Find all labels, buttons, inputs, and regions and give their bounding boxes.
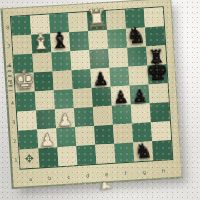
square-h1[interactable] (152, 140, 172, 160)
square-f5[interactable] (109, 67, 129, 87)
square-f1[interactable] (114, 142, 134, 162)
square-d2[interactable] (75, 126, 95, 146)
square-a5[interactable]: ♚ (15, 73, 35, 93)
square-c4[interactable] (54, 89, 74, 109)
square-b4[interactable] (35, 90, 55, 110)
white-king-a5[interactable]: ♚ (13, 68, 37, 93)
rank-label-2: 2 (10, 131, 19, 150)
square-c7[interactable]: ♝ (50, 32, 70, 52)
square-h2[interactable] (151, 121, 171, 141)
square-g7[interactable]: ♞ (126, 28, 146, 48)
fallen-white-pawn[interactable]: ♟ (99, 179, 114, 193)
file-label-h: h (154, 167, 173, 174)
rank-label-4: 4 (8, 93, 17, 112)
rank-label-3: 3 (9, 112, 18, 131)
photo-canvas: 87654321 ♜♝♝♞♜♚♟♚♟♟♟♟✥♞ abcdefgh ♟ (0, 0, 200, 200)
square-e2[interactable] (94, 125, 114, 145)
white-pawn-b2[interactable]: ♟ (39, 131, 55, 148)
square-e8[interactable]: ♜ (87, 11, 107, 31)
square-h7[interactable] (145, 26, 165, 46)
square-d1[interactable] (76, 145, 96, 165)
square-g6[interactable] (127, 46, 147, 66)
square-g4[interactable]: ♟ (130, 84, 150, 104)
square-d5[interactable] (71, 69, 91, 89)
square-d6[interactable] (70, 50, 90, 70)
square-a3[interactable] (17, 111, 37, 131)
file-label-d: d (78, 172, 97, 179)
square-b1[interactable] (38, 147, 58, 167)
square-f3[interactable] (112, 105, 132, 125)
square-a2[interactable] (18, 129, 38, 149)
square-f2[interactable] (113, 124, 133, 144)
square-a8[interactable] (11, 16, 31, 36)
square-e5[interactable]: ♟ (90, 68, 110, 88)
square-c2[interactable] (56, 127, 76, 147)
board-grid: ♜♝♝♞♜♚♟♚♟♟♟♟✥♞ (11, 7, 172, 168)
square-b7[interactable]: ♝ (31, 33, 51, 53)
rank-label-7: 7 (4, 36, 13, 55)
file-labels: abcdefgh (21, 167, 173, 183)
square-e3[interactable] (93, 106, 113, 126)
square-h3[interactable] (150, 102, 170, 122)
white-bishop-b7[interactable]: ♝ (31, 32, 52, 54)
black-pawn-e5[interactable]: ♟ (92, 70, 109, 88)
rank-label-8: 8 (3, 17, 12, 36)
square-f8[interactable] (106, 10, 126, 30)
square-a7[interactable] (12, 35, 32, 55)
chess-board: 87654321 ♜♝♝♞♜♚♟♚♟♟♟♟✥♞ abcdefgh (0, 0, 182, 189)
white-pawn-c3[interactable]: ♟ (57, 111, 73, 128)
square-b5[interactable] (34, 71, 54, 91)
corner-ornament-icon: ✥ (24, 152, 34, 166)
black-knight-g1[interactable]: ♞ (134, 141, 153, 161)
file-label-f: f (116, 169, 135, 176)
square-b6[interactable] (32, 52, 52, 72)
black-pawn-f4[interactable]: ♟ (113, 89, 129, 106)
rank-label-1: 1 (11, 150, 20, 169)
square-b3[interactable] (36, 109, 56, 129)
file-label-e: e (97, 171, 116, 178)
square-e1[interactable] (95, 144, 115, 164)
file-label-a: a (21, 175, 40, 182)
square-g3[interactable] (131, 103, 151, 123)
black-pawn-g4[interactable]: ♟ (132, 87, 148, 104)
square-c1[interactable] (57, 146, 77, 166)
square-c6[interactable] (51, 51, 71, 71)
square-d7[interactable] (69, 31, 89, 51)
square-c5[interactable] (53, 70, 73, 90)
square-c3[interactable]: ♟ (55, 108, 75, 128)
square-h5[interactable]: ♚ (147, 64, 167, 84)
file-label-c: c (59, 173, 78, 180)
square-f7[interactable] (107, 29, 127, 49)
square-d3[interactable] (74, 107, 94, 127)
square-h8[interactable] (144, 7, 164, 27)
square-e4[interactable] (92, 87, 112, 107)
square-a1[interactable]: ✥ (19, 148, 39, 168)
square-f6[interactable] (108, 48, 128, 68)
file-label-g: g (135, 168, 154, 175)
white-rook-e8[interactable]: ♜ (85, 7, 108, 31)
square-f4[interactable]: ♟ (111, 86, 131, 106)
square-e6[interactable] (89, 49, 109, 69)
black-knight-g7[interactable]: ♞ (126, 26, 147, 48)
square-b2[interactable]: ♟ (37, 128, 57, 148)
file-label-b: b (40, 174, 59, 181)
square-d4[interactable] (73, 88, 93, 108)
black-bishop-c7[interactable]: ♝ (50, 30, 71, 52)
square-g1[interactable]: ♞ (133, 141, 153, 161)
black-king-h5[interactable]: ♚ (145, 59, 169, 84)
